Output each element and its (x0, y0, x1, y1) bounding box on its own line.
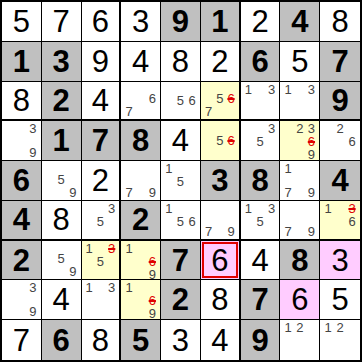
given-digit: 2 (132, 204, 149, 235)
pencil-marks: 13 (84, 281, 118, 318)
solved-digit: 5 (331, 284, 348, 315)
solved-digit: 7 (53, 6, 70, 37)
solved-digit: 2 (211, 46, 228, 77)
cell-r9c5[interactable]: 3 (161, 320, 201, 360)
given-digit: 2 (53, 85, 70, 116)
candidate-2: 2 (334, 122, 346, 135)
given-digit: 6 (13, 165, 30, 196)
cell-r9c3[interactable]: 8 (82, 320, 122, 360)
cell-r4c1[interactable]: 39 (2, 121, 42, 161)
cell-r9c7[interactable]: 9 (241, 320, 281, 360)
candidate-5: 5 (55, 252, 67, 265)
candidate-5: 5 (55, 173, 67, 186)
cell-r1c8[interactable]: 4 (280, 2, 320, 42)
solved-digit: 3 (132, 6, 149, 37)
pencil-marks: 79 (123, 162, 158, 199)
solved-digit: 6 (211, 245, 228, 276)
pencil-marks: 59 (44, 242, 79, 279)
pencil-marks: 12 (282, 321, 317, 359)
pencil-marks: 35 (84, 202, 118, 238)
cell-r5c2[interactable]: 59 (42, 161, 82, 201)
cell-r7c6[interactable]: 6 (201, 241, 241, 281)
solved-digit: 5 (291, 46, 308, 77)
given-digit: 3 (53, 46, 70, 77)
solved-digit: 8 (331, 6, 348, 37)
cell-r5c7[interactable]: 8 (241, 161, 281, 201)
candidate-1: 1 (84, 242, 95, 255)
cell-r2c6[interactable]: 2 (201, 42, 241, 82)
candidate-3: 3 (106, 242, 117, 255)
candidate-1: 1 (282, 162, 294, 175)
cell-r9c1[interactable]: 7 (2, 320, 42, 360)
cell-r4c9[interactable]: 26 (320, 121, 360, 161)
cell-r6c1[interactable]: 4 (2, 201, 42, 241)
cell-r4c5[interactable]: 4 (161, 121, 201, 161)
solved-digit: 4 (172, 125, 189, 156)
given-digit: 7 (251, 284, 268, 315)
pencil-marks: 136 (322, 202, 358, 238)
solved-digit: 4 (132, 46, 149, 77)
pencil-marks: 56 (163, 83, 198, 119)
given-digit: 7 (331, 46, 348, 77)
cell-r3c3[interactable]: 4 (82, 82, 122, 122)
given-digit: 6 (251, 46, 268, 77)
pencil-marks: 13 (243, 83, 278, 119)
candidate-1: 1 (163, 202, 175, 215)
cell-r6c4[interactable]: 2 (121, 201, 161, 241)
cell-r3c6[interactable]: 567 (201, 82, 241, 122)
cell-r2c2[interactable]: 3 (42, 42, 82, 82)
candidate-3: 3 (306, 83, 318, 96)
cell-r4c3[interactable]: 7 (82, 121, 122, 161)
candidate-7: 7 (123, 105, 135, 118)
cell-r9c6[interactable]: 4 (201, 320, 241, 360)
candidate-9: 9 (306, 148, 318, 161)
cell-r4c2[interactable]: 1 (42, 121, 82, 161)
candidate-6: 6 (225, 134, 236, 147)
cell-r8c3[interactable]: 13 (82, 280, 122, 320)
pencil-marks: 169 (123, 242, 158, 279)
solved-digit: 8 (172, 46, 189, 77)
given-digit: 1 (13, 46, 30, 77)
candidate-5: 5 (95, 255, 106, 268)
cell-r6c7[interactable]: 135 (241, 201, 281, 241)
solved-digit: 2 (251, 6, 268, 37)
cell-r3c7[interactable]: 13 (241, 82, 281, 122)
candidate-5: 5 (175, 215, 187, 228)
candidate-1: 1 (322, 321, 334, 334)
candidate-5: 5 (95, 215, 106, 228)
solved-digit: 2 (92, 165, 109, 196)
cell-r8c4[interactable]: 169 (121, 280, 161, 320)
candidate-5: 5 (175, 94, 187, 107)
candidate-5: 5 (214, 92, 225, 105)
solved-digit: 4 (251, 245, 268, 276)
solved-digit: 9 (92, 46, 109, 77)
solved-digit: 4 (53, 284, 70, 315)
given-digit: 8 (291, 245, 308, 276)
candidate-7: 7 (203, 105, 214, 118)
candidate-7: 7 (203, 225, 214, 238)
cell-r5c1[interactable]: 6 (2, 161, 42, 201)
pencil-marks: 12 (322, 321, 358, 359)
candidate-7: 7 (282, 186, 294, 199)
pencil-marks: 15 (163, 162, 198, 199)
candidate-2: 2 (294, 321, 306, 334)
candidate-9: 9 (67, 186, 79, 199)
candidate-7: 7 (123, 186, 135, 199)
candidate-2: 2 (334, 321, 346, 334)
candidate-3: 3 (27, 281, 39, 294)
solved-digit: 6 (92, 6, 109, 37)
candidate-6: 6 (186, 94, 198, 107)
cell-r7c9[interactable]: 3 (320, 241, 360, 281)
solved-digit: 6 (291, 284, 308, 315)
cell-r8c1[interactable]: 39 (2, 280, 42, 320)
candidate-1: 1 (163, 162, 175, 175)
cell-r9c4[interactable]: 5 (121, 320, 161, 360)
cell-r1c3[interactable]: 6 (82, 2, 122, 42)
candidate-6: 6 (225, 92, 236, 105)
cell-r2c5[interactable]: 8 (161, 42, 201, 82)
cell-r8c5[interactable]: 2 (161, 280, 201, 320)
cell-r8c8[interactable]: 6 (280, 280, 320, 320)
pencil-marks: 2369 (282, 122, 317, 159)
cell-r7c5[interactable]: 7 (161, 241, 201, 281)
candidate-3: 3 (266, 83, 278, 96)
candidate-6: 6 (147, 255, 159, 268)
cell-r5c9[interactable]: 4 (320, 161, 360, 201)
cell-r4c8[interactable]: 2369 (280, 121, 320, 161)
cell-r2c3[interactable]: 9 (82, 42, 122, 82)
pencil-marks: 179 (282, 162, 317, 199)
cell-r3c9[interactable]: 9 (320, 82, 360, 122)
candidate-1: 1 (282, 321, 294, 334)
pencil-marks: 79 (282, 202, 317, 238)
pencil-marks: 39 (4, 281, 39, 318)
cell-r5c4[interactable]: 79 (121, 161, 161, 201)
cell-r9c8[interactable]: 12 (280, 320, 320, 360)
candidate-9: 9 (147, 268, 159, 281)
solved-digit: 8 (53, 204, 70, 235)
cell-r7c2[interactable]: 59 (42, 241, 82, 281)
cell-r5c3[interactable]: 2 (82, 161, 122, 201)
cell-r2c1[interactable]: 1 (2, 42, 42, 82)
given-digit: 7 (92, 125, 109, 156)
cell-r7c7[interactable]: 4 (241, 241, 281, 281)
candidate-1: 1 (282, 83, 294, 96)
cell-r6c5[interactable]: 156 (161, 201, 201, 241)
cell-r7c1[interactable]: 2 (2, 241, 42, 281)
cell-r6c2[interactable]: 8 (42, 201, 82, 241)
candidate-3: 3 (106, 281, 117, 294)
given-digit: 1 (211, 6, 228, 37)
candidate-5: 5 (254, 215, 266, 228)
candidate-9: 9 (67, 265, 79, 278)
given-digit: 9 (331, 85, 348, 116)
given-digit: 2 (172, 284, 189, 315)
pencil-marks: 156 (163, 202, 198, 238)
candidate-1: 1 (123, 242, 135, 255)
solved-digit: 3 (172, 325, 189, 356)
given-digit: 8 (132, 125, 149, 156)
cell-r3c8[interactable]: 13 (280, 82, 320, 122)
sudoku-board: 5763912481394826578246756567131393917845… (0, 0, 362, 362)
cell-r2c8[interactable]: 5 (280, 42, 320, 82)
candidate-9: 9 (27, 305, 39, 318)
cell-r1c9[interactable]: 8 (320, 2, 360, 42)
candidate-1: 1 (123, 281, 135, 294)
cell-r8c2[interactable]: 4 (42, 280, 82, 320)
given-digit: 3 (211, 165, 228, 196)
cell-r2c4[interactable]: 4 (121, 42, 161, 82)
given-digit: 4 (331, 165, 348, 196)
candidate-5: 5 (214, 134, 225, 147)
cell-r5c5[interactable]: 15 (161, 161, 201, 201)
pencil-marks: 135 (243, 202, 278, 238)
given-digit: 4 (13, 204, 30, 235)
pencil-marks: 67 (123, 83, 158, 119)
candidate-9: 9 (225, 225, 236, 238)
candidate-1: 1 (243, 202, 255, 215)
candidate-9: 9 (147, 186, 159, 199)
given-digit: 1 (53, 125, 70, 156)
cell-r3c5[interactable]: 56 (161, 82, 201, 122)
cell-r3c1[interactable]: 8 (2, 82, 42, 122)
candidate-3: 3 (266, 202, 278, 215)
solved-digit: 4 (92, 85, 109, 116)
given-digit: 5 (132, 325, 149, 356)
cell-r1c1[interactable]: 5 (2, 2, 42, 42)
candidate-3: 3 (266, 122, 278, 135)
candidate-6: 6 (186, 215, 198, 228)
solved-digit: 3 (331, 245, 348, 276)
given-digit: 2 (13, 245, 30, 276)
candidate-9: 9 (27, 146, 39, 159)
cell-r7c8[interactable]: 8 (280, 241, 320, 281)
cell-r1c2[interactable]: 7 (42, 2, 82, 42)
candidate-1: 1 (322, 202, 334, 215)
cell-r9c2[interactable]: 6 (42, 320, 82, 360)
candidate-6: 6 (346, 135, 358, 148)
candidate-9: 9 (147, 307, 159, 320)
candidate-3: 3 (27, 122, 39, 135)
cell-r9c9[interactable]: 12 (320, 320, 360, 360)
given-digit: 4 (291, 6, 308, 37)
candidate-5: 5 (254, 135, 266, 148)
cell-r8c6[interactable]: 8 (201, 280, 241, 320)
pencil-marks: 26 (322, 122, 358, 159)
candidate-7: 7 (282, 225, 294, 238)
given-digit: 9 (172, 6, 189, 37)
solved-digit: 8 (211, 284, 228, 315)
pencil-marks: 39 (4, 122, 39, 159)
candidate-1: 1 (84, 281, 95, 294)
pencil-marks: 79 (203, 202, 237, 238)
cell-r4c4[interactable]: 8 (121, 121, 161, 161)
pencil-marks: 59 (44, 162, 79, 199)
solved-digit: 8 (13, 85, 30, 116)
cell-r7c3[interactable]: 135 (82, 241, 122, 281)
candidate-9: 9 (306, 186, 318, 199)
cell-r4c6[interactable]: 56 (201, 121, 241, 161)
cell-r1c5[interactable]: 9 (161, 2, 201, 42)
cell-r6c8[interactable]: 79 (280, 201, 320, 241)
solved-digit: 5 (13, 6, 30, 37)
solved-digit: 4 (211, 325, 228, 356)
pencil-marks: 35 (243, 122, 278, 159)
cell-r2c7[interactable]: 6 (241, 42, 281, 82)
solved-digit: 7 (13, 325, 30, 356)
pencil-marks: 135 (84, 242, 118, 279)
given-digit: 7 (172, 245, 189, 276)
cell-r1c6[interactable]: 1 (201, 2, 241, 42)
pencil-marks: 169 (123, 281, 158, 318)
cell-r6c3[interactable]: 35 (82, 201, 122, 241)
candidate-1: 1 (243, 83, 255, 96)
candidate-6: 6 (147, 92, 159, 105)
cell-r3c2[interactable]: 2 (42, 82, 82, 122)
given-digit: 6 (53, 325, 70, 356)
cell-r5c6[interactable]: 3 (201, 161, 241, 201)
cell-r7c4[interactable]: 169 (121, 241, 161, 281)
pencil-marks: 567 (203, 83, 237, 119)
pencil-marks: 56 (203, 122, 237, 159)
cell-r6c9[interactable]: 136 (320, 201, 360, 241)
candidate-3: 3 (346, 202, 358, 215)
cell-r6c6[interactable]: 79 (201, 201, 241, 241)
cell-r2c9[interactable]: 7 (320, 42, 360, 82)
cell-r8c7[interactable]: 7 (241, 280, 281, 320)
cell-r8c9[interactable]: 5 (320, 280, 360, 320)
candidate-2: 2 (294, 122, 306, 135)
candidate-5: 5 (175, 175, 187, 188)
pencil-marks: 13 (282, 83, 317, 119)
cell-r1c4[interactable]: 3 (121, 2, 161, 42)
candidate-3: 3 (106, 202, 117, 215)
candidate-6: 6 (346, 215, 358, 228)
cell-r5c8[interactable]: 179 (280, 161, 320, 201)
cell-r1c7[interactable]: 2 (241, 2, 281, 42)
given-digit: 8 (251, 165, 268, 196)
cell-r4c7[interactable]: 35 (241, 121, 281, 161)
cell-r3c4[interactable]: 67 (121, 82, 161, 122)
given-digit: 9 (251, 325, 268, 356)
solved-digit: 8 (92, 325, 109, 356)
candidate-9: 9 (306, 225, 318, 238)
